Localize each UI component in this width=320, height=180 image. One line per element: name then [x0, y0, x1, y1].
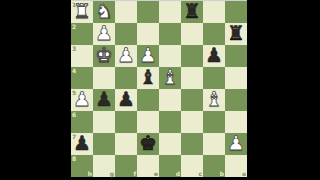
square-h3[interactable]: 3 — [71, 45, 93, 67]
square-h7[interactable]: 7♟ — [71, 133, 93, 155]
square-h5[interactable]: 5♟ — [71, 89, 93, 111]
square-g5[interactable]: ♟ — [93, 89, 115, 111]
square-a3[interactable] — [225, 45, 247, 67]
square-h4[interactable]: 4 — [71, 67, 93, 89]
white-pawn-f3[interactable]: ♟ — [115, 45, 137, 67]
chess-board-wrap: 1♜♞♜2♟♜3♚♟♟♟4♝♝5♟♟♟♝67♟♚♟8hgfedcba — [71, 0, 247, 180]
square-a1[interactable] — [225, 1, 247, 23]
square-g3[interactable]: ♚ — [93, 45, 115, 67]
letterbox-left — [0, 0, 71, 180]
square-c2[interactable] — [181, 23, 203, 45]
square-b3[interactable]: ♟ — [203, 45, 225, 67]
square-e3[interactable]: ♟ — [137, 45, 159, 67]
square-d5[interactable] — [159, 89, 181, 111]
square-a8[interactable]: a — [225, 155, 247, 177]
square-c4[interactable] — [181, 67, 203, 89]
rank-label-3: 3 — [72, 45, 76, 52]
file-label-a: a — [242, 170, 246, 177]
square-d2[interactable] — [159, 23, 181, 45]
black-pawn-b3[interactable]: ♟ — [203, 45, 225, 67]
square-d7[interactable] — [159, 133, 181, 155]
square-g7[interactable] — [93, 133, 115, 155]
square-e7[interactable]: ♚ — [137, 133, 159, 155]
rank-label-6: 6 — [72, 111, 76, 118]
square-c3[interactable] — [181, 45, 203, 67]
square-d4[interactable]: ♝ — [159, 67, 181, 89]
square-h6[interactable]: 6 — [71, 111, 93, 133]
letterbox-right — [247, 0, 320, 180]
square-f5[interactable]: ♟ — [115, 89, 137, 111]
white-pawn-h5[interactable]: ♟ — [71, 89, 93, 111]
square-d6[interactable] — [159, 111, 181, 133]
rank-label-8: 8 — [72, 155, 76, 162]
rank-label-4: 4 — [72, 67, 76, 74]
file-label-b: b — [220, 170, 224, 177]
square-h1[interactable]: 1♜ — [71, 1, 93, 23]
square-f8[interactable]: f — [115, 155, 137, 177]
file-label-d: d — [176, 170, 180, 177]
square-a2[interactable]: ♜ — [225, 23, 247, 45]
square-e4[interactable]: ♝ — [137, 67, 159, 89]
square-c8[interactable]: c — [181, 155, 203, 177]
square-a6[interactable] — [225, 111, 247, 133]
rank-label-2: 2 — [72, 23, 76, 30]
square-g6[interactable] — [93, 111, 115, 133]
black-rook-c1[interactable]: ♜ — [181, 1, 203, 23]
square-e6[interactable] — [137, 111, 159, 133]
black-pawn-h7[interactable]: ♟ — [71, 133, 93, 155]
square-b1[interactable] — [203, 1, 225, 23]
square-f4[interactable] — [115, 67, 137, 89]
square-h8[interactable]: 8h — [71, 155, 93, 177]
square-g2[interactable]: ♟ — [93, 23, 115, 45]
white-pawn-a7[interactable]: ♟ — [225, 133, 247, 155]
square-d1[interactable] — [159, 1, 181, 23]
square-b8[interactable]: b — [203, 155, 225, 177]
white-pawn-e3[interactable]: ♟ — [137, 45, 159, 67]
square-e8[interactable]: e — [137, 155, 159, 177]
square-a7[interactable]: ♟ — [225, 133, 247, 155]
square-b2[interactable] — [203, 23, 225, 45]
square-b4[interactable] — [203, 67, 225, 89]
square-e2[interactable] — [137, 23, 159, 45]
black-pawn-f5[interactable]: ♟ — [115, 89, 137, 111]
file-label-e: e — [154, 170, 158, 177]
square-c1[interactable]: ♜ — [181, 1, 203, 23]
white-bishop-b5[interactable]: ♝ — [203, 89, 225, 111]
black-rook-a2[interactable]: ♜ — [225, 23, 247, 45]
square-h2[interactable]: 2 — [71, 23, 93, 45]
black-pawn-g5[interactable]: ♟ — [93, 89, 115, 111]
square-e5[interactable] — [137, 89, 159, 111]
white-rook-h1[interactable]: ♜ — [71, 1, 93, 23]
square-g8[interactable]: g — [93, 155, 115, 177]
square-f7[interactable] — [115, 133, 137, 155]
square-f3[interactable]: ♟ — [115, 45, 137, 67]
black-king-e7[interactable]: ♚ — [137, 133, 159, 155]
file-label-h: h — [88, 170, 92, 177]
square-c7[interactable] — [181, 133, 203, 155]
white-bishop-d4[interactable]: ♝ — [159, 67, 181, 89]
square-a5[interactable] — [225, 89, 247, 111]
square-g1[interactable]: ♞ — [93, 1, 115, 23]
square-e1[interactable] — [137, 1, 159, 23]
square-b6[interactable] — [203, 111, 225, 133]
file-label-c: c — [198, 170, 202, 177]
square-f2[interactable] — [115, 23, 137, 45]
white-king-g3[interactable]: ♚ — [93, 45, 115, 67]
screenshot-stage: 1♜♞♜2♟♜3♚♟♟♟4♝♝5♟♟♟♝67♟♚♟8hgfedcba — [0, 0, 320, 180]
square-b5[interactable]: ♝ — [203, 89, 225, 111]
square-c6[interactable] — [181, 111, 203, 133]
white-pawn-g2[interactable]: ♟ — [93, 23, 115, 45]
chess-board[interactable]: 1♜♞♜2♟♜3♚♟♟♟4♝♝5♟♟♟♝67♟♚♟8hgfedcba — [71, 1, 247, 177]
square-f1[interactable] — [115, 1, 137, 23]
square-a4[interactable] — [225, 67, 247, 89]
square-c5[interactable] — [181, 89, 203, 111]
square-g4[interactable] — [93, 67, 115, 89]
file-label-f: f — [133, 170, 136, 177]
file-label-g: g — [110, 170, 114, 177]
square-f6[interactable] — [115, 111, 137, 133]
square-d3[interactable] — [159, 45, 181, 67]
square-b7[interactable] — [203, 133, 225, 155]
square-d8[interactable]: d — [159, 155, 181, 177]
black-bishop-e4[interactable]: ♝ — [137, 67, 159, 89]
white-knight-g1[interactable]: ♞ — [93, 1, 115, 23]
